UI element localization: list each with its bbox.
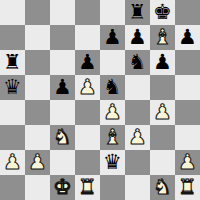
- chess-board: ♜♚♟♟♝♟♜♟♞♟♛♟♟♞♟♟♞♝♟♟♟♛♟♚♜♞♜: [0, 0, 200, 200]
- square-a5[interactable]: ♛: [0, 75, 25, 100]
- square-b3[interactable]: [25, 125, 50, 150]
- square-a7[interactable]: [0, 25, 25, 50]
- piece-black-rook-a6[interactable]: ♜: [3, 50, 22, 75]
- square-b6[interactable]: [25, 50, 50, 75]
- square-d7[interactable]: [75, 25, 100, 50]
- square-c3[interactable]: ♞: [50, 125, 75, 150]
- square-b1[interactable]: [25, 175, 50, 200]
- piece-black-queen-e2[interactable]: ♛: [103, 150, 122, 175]
- square-d6[interactable]: ♟: [75, 50, 100, 75]
- piece-white-pawn-f3[interactable]: ♟: [128, 125, 147, 150]
- square-c6[interactable]: [50, 50, 75, 75]
- square-d1[interactable]: ♜: [75, 175, 100, 200]
- square-g7[interactable]: ♝: [150, 25, 175, 50]
- square-g1[interactable]: ♞: [150, 175, 175, 200]
- piece-black-knight-f6[interactable]: ♞: [128, 50, 147, 75]
- piece-white-pawn-b2[interactable]: ♟: [28, 150, 47, 175]
- piece-white-knight-g1[interactable]: ♞: [153, 175, 172, 200]
- piece-white-pawn-d5[interactable]: ♟: [78, 75, 97, 100]
- piece-white-rook-d1[interactable]: ♜: [78, 175, 97, 200]
- square-c5[interactable]: ♟: [50, 75, 75, 100]
- square-b4[interactable]: [25, 100, 50, 125]
- piece-white-pawn-h2[interactable]: ♟: [178, 150, 197, 175]
- square-e5[interactable]: ♞: [100, 75, 125, 100]
- square-a2[interactable]: ♟: [0, 150, 25, 175]
- piece-white-king-c1[interactable]: ♚: [53, 175, 72, 200]
- piece-black-queen-a5[interactable]: ♛: [3, 75, 22, 100]
- square-h7[interactable]: ♟: [175, 25, 200, 50]
- square-a1[interactable]: [0, 175, 25, 200]
- square-h3[interactable]: [175, 125, 200, 150]
- square-f7[interactable]: ♟: [125, 25, 150, 50]
- square-g4[interactable]: ♟: [150, 100, 175, 125]
- piece-black-pawn-h7[interactable]: ♟: [178, 25, 197, 50]
- piece-white-bishop-g7[interactable]: ♝: [153, 25, 172, 50]
- square-e6[interactable]: [100, 50, 125, 75]
- square-a4[interactable]: [0, 100, 25, 125]
- square-g3[interactable]: [150, 125, 175, 150]
- square-f2[interactable]: [125, 150, 150, 175]
- square-d4[interactable]: [75, 100, 100, 125]
- square-e1[interactable]: [100, 175, 125, 200]
- square-e3[interactable]: ♝: [100, 125, 125, 150]
- square-a6[interactable]: ♜: [0, 50, 25, 75]
- square-e7[interactable]: ♟: [100, 25, 125, 50]
- square-a3[interactable]: [0, 125, 25, 150]
- square-a8[interactable]: [0, 0, 25, 25]
- square-b2[interactable]: ♟: [25, 150, 50, 175]
- piece-white-knight-c3[interactable]: ♞: [53, 125, 72, 150]
- square-f3[interactable]: ♟: [125, 125, 150, 150]
- square-c7[interactable]: [50, 25, 75, 50]
- piece-black-pawn-e7[interactable]: ♟: [103, 25, 122, 50]
- square-b5[interactable]: [25, 75, 50, 100]
- square-f4[interactable]: [125, 100, 150, 125]
- square-e4[interactable]: ♟: [100, 100, 125, 125]
- piece-black-king-g8[interactable]: ♚: [153, 0, 172, 25]
- square-e2[interactable]: ♛: [100, 150, 125, 175]
- square-h6[interactable]: [175, 50, 200, 75]
- piece-white-rook-h1[interactable]: ♜: [178, 175, 197, 200]
- square-g2[interactable]: [150, 150, 175, 175]
- square-f6[interactable]: ♞: [125, 50, 150, 75]
- square-d3[interactable]: [75, 125, 100, 150]
- square-e8[interactable]: [100, 0, 125, 25]
- piece-black-pawn-d6[interactable]: ♟: [78, 50, 97, 75]
- square-h8[interactable]: [175, 0, 200, 25]
- square-c1[interactable]: ♚: [50, 175, 75, 200]
- piece-black-pawn-c5[interactable]: ♟: [53, 75, 72, 100]
- square-b8[interactable]: [25, 0, 50, 25]
- square-c2[interactable]: [50, 150, 75, 175]
- piece-black-rook-f8[interactable]: ♜: [128, 0, 147, 25]
- piece-black-knight-e5[interactable]: ♞: [103, 75, 122, 100]
- square-h1[interactable]: ♜: [175, 175, 200, 200]
- square-d2[interactable]: [75, 150, 100, 175]
- square-b7[interactable]: [25, 25, 50, 50]
- square-g6[interactable]: ♟: [150, 50, 175, 75]
- square-g5[interactable]: [150, 75, 175, 100]
- piece-black-pawn-g6[interactable]: ♟: [153, 50, 172, 75]
- piece-black-pawn-f7[interactable]: ♟: [128, 25, 147, 50]
- square-d5[interactable]: ♟: [75, 75, 100, 100]
- piece-white-pawn-e4[interactable]: ♟: [103, 100, 122, 125]
- square-d8[interactable]: [75, 0, 100, 25]
- piece-white-bishop-e3[interactable]: ♝: [103, 125, 122, 150]
- square-h4[interactable]: [175, 100, 200, 125]
- square-c4[interactable]: [50, 100, 75, 125]
- piece-white-pawn-g4[interactable]: ♟: [153, 100, 172, 125]
- square-h2[interactable]: ♟: [175, 150, 200, 175]
- square-f1[interactable]: [125, 175, 150, 200]
- square-c8[interactable]: [50, 0, 75, 25]
- square-f8[interactable]: ♜: [125, 0, 150, 25]
- square-g8[interactable]: ♚: [150, 0, 175, 25]
- square-h5[interactable]: [175, 75, 200, 100]
- square-f5[interactable]: [125, 75, 150, 100]
- piece-white-pawn-a2[interactable]: ♟: [3, 150, 22, 175]
